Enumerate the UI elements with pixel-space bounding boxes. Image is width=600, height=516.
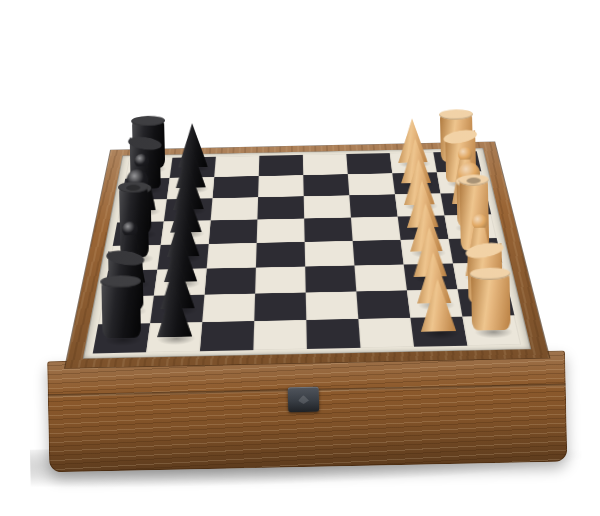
square-d6[interactable] (209, 219, 258, 243)
square-h3[interactable] (358, 318, 414, 348)
storage-box-front (47, 350, 567, 472)
piece-black-pawn[interactable] (156, 284, 192, 338)
square-d4[interactable] (304, 218, 352, 242)
piece-black-rook[interactable] (101, 281, 141, 339)
square-g4[interactable] (306, 291, 359, 320)
square-c6[interactable] (211, 197, 258, 220)
square-d5[interactable] (257, 219, 305, 243)
board-frame (65, 142, 549, 368)
square-b5[interactable] (258, 175, 304, 197)
chess-set-photo (0, 0, 600, 516)
square-d3[interactable] (351, 217, 401, 241)
square-e5[interactable] (256, 242, 305, 268)
square-e4[interactable] (305, 241, 355, 267)
photo-scene (0, 0, 600, 516)
square-e6[interactable] (207, 243, 257, 269)
piece-white-rook[interactable] (471, 273, 511, 331)
square-e3[interactable] (353, 240, 404, 266)
square-a5[interactable] (259, 155, 304, 176)
board-mat (83, 148, 531, 359)
square-f4[interactable] (305, 266, 356, 293)
board-grid (93, 151, 521, 353)
square-h5[interactable] (253, 320, 307, 350)
chessboard (65, 142, 549, 368)
clasp-emblem-icon (298, 395, 309, 404)
square-f6[interactable] (204, 268, 255, 295)
box-clasp (288, 387, 320, 413)
square-h6[interactable] (200, 321, 254, 351)
square-b3[interactable] (348, 173, 395, 195)
square-f5[interactable] (255, 267, 306, 294)
square-b6[interactable] (212, 176, 258, 198)
square-a4[interactable] (303, 154, 348, 175)
square-c3[interactable] (349, 194, 397, 217)
square-g6[interactable] (202, 294, 255, 323)
square-h7[interactable] (146, 322, 202, 352)
square-c4[interactable] (304, 195, 351, 218)
square-h8[interactable] (93, 323, 150, 353)
piece-white-pawn[interactable] (420, 278, 456, 332)
square-h4[interactable] (306, 319, 360, 349)
square-h1[interactable] (462, 316, 521, 346)
square-b4[interactable] (303, 174, 349, 196)
square-c5[interactable] (257, 196, 304, 219)
square-f3[interactable] (354, 264, 407, 291)
square-g3[interactable] (356, 290, 410, 318)
square-a6[interactable] (214, 156, 259, 177)
square-h2[interactable] (410, 317, 467, 347)
square-a3[interactable] (346, 153, 392, 174)
square-g5[interactable] (254, 293, 306, 322)
